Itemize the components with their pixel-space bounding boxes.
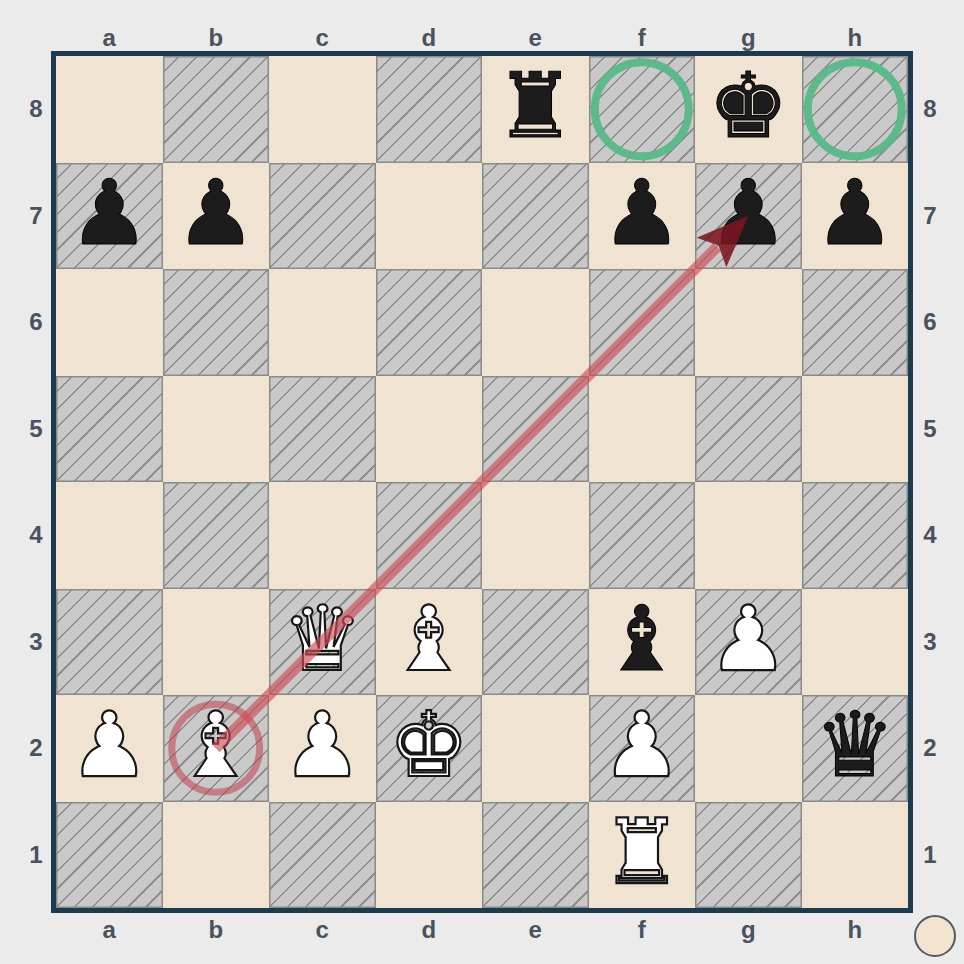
rank-label-right-7: 7	[908, 201, 952, 231]
square-f4[interactable]	[589, 482, 696, 589]
rank-label-left-8: 8	[14, 94, 58, 124]
square-g4[interactable]	[695, 482, 802, 589]
square-a4[interactable]	[56, 482, 163, 589]
chess-diagram: ♜♚♟♟♟♟♟♛♝♝♟♟♝♟♚♟♛♜ aabbccddeeffgghh88776…	[0, 0, 964, 964]
square-f7[interactable]: ♟	[589, 163, 696, 270]
rank-label-right-8: 8	[908, 94, 952, 124]
square-d6[interactable]	[376, 269, 483, 376]
file-label-bottom-h: h	[833, 915, 877, 945]
white-bishop-on-d3[interactable]: ♝	[388, 594, 469, 690]
file-label-top-d: d	[407, 23, 451, 53]
square-a2[interactable]: ♟	[56, 695, 163, 802]
chess-board: ♜♚♟♟♟♟♟♛♝♝♟♟♝♟♚♟♛♜	[51, 51, 913, 913]
square-g8[interactable]: ♚	[695, 56, 802, 163]
file-label-top-h: h	[833, 23, 877, 53]
square-g6[interactable]	[695, 269, 802, 376]
white-pawn-on-c2[interactable]: ♟	[282, 700, 363, 796]
file-label-bottom-b: b	[194, 915, 238, 945]
square-d8[interactable]	[376, 56, 483, 163]
file-label-top-a: a	[87, 23, 131, 53]
black-bishop-on-f3[interactable]: ♝	[601, 594, 682, 690]
white-pawn-on-f2[interactable]: ♟	[601, 700, 682, 796]
file-label-top-c: c	[300, 23, 344, 53]
square-d7[interactable]	[376, 163, 483, 270]
square-h1[interactable]	[802, 802, 909, 909]
square-e2[interactable]	[482, 695, 589, 802]
square-e6[interactable]	[482, 269, 589, 376]
square-c5[interactable]	[269, 376, 376, 483]
black-queen-on-h2[interactable]: ♛	[814, 700, 895, 796]
rank-label-right-1: 1	[908, 840, 952, 870]
square-a8[interactable]	[56, 56, 163, 163]
square-c8[interactable]	[269, 56, 376, 163]
square-b4[interactable]	[163, 482, 270, 589]
square-g1[interactable]	[695, 802, 802, 909]
square-d2[interactable]: ♚	[376, 695, 483, 802]
square-g7[interactable]: ♟	[695, 163, 802, 270]
file-label-top-b: b	[194, 23, 238, 53]
black-pawn-on-a7[interactable]: ♟	[69, 168, 150, 264]
square-c4[interactable]	[269, 482, 376, 589]
square-d4[interactable]	[376, 482, 483, 589]
square-c7[interactable]	[269, 163, 376, 270]
black-pawn-on-f7[interactable]: ♟	[601, 168, 682, 264]
file-label-bottom-c: c	[300, 915, 344, 945]
square-b7[interactable]: ♟	[163, 163, 270, 270]
square-c3[interactable]: ♛	[269, 589, 376, 696]
square-b5[interactable]	[163, 376, 270, 483]
white-bishop-on-b2[interactable]: ♝	[175, 700, 256, 796]
square-g2[interactable]	[695, 695, 802, 802]
white-queen-on-c3[interactable]: ♛	[282, 594, 363, 690]
square-f3[interactable]: ♝	[589, 589, 696, 696]
black-king-on-g8[interactable]: ♚	[708, 61, 789, 157]
square-b6[interactable]	[163, 269, 270, 376]
square-f2[interactable]: ♟	[589, 695, 696, 802]
file-label-bottom-g: g	[726, 915, 770, 945]
rank-label-right-3: 3	[908, 627, 952, 657]
square-d5[interactable]	[376, 376, 483, 483]
square-h2[interactable]: ♛	[802, 695, 909, 802]
file-label-bottom-a: a	[87, 915, 131, 945]
square-c1[interactable]	[269, 802, 376, 909]
square-a7[interactable]: ♟	[56, 163, 163, 270]
square-b8[interactable]	[163, 56, 270, 163]
square-b2[interactable]: ♝	[163, 695, 270, 802]
square-h3[interactable]	[802, 589, 909, 696]
white-king-on-d2[interactable]: ♚	[388, 700, 469, 796]
square-f8[interactable]	[589, 56, 696, 163]
square-e3[interactable]	[482, 589, 589, 696]
rank-label-left-2: 2	[14, 733, 58, 763]
rank-label-left-5: 5	[14, 414, 58, 444]
rank-label-left-7: 7	[14, 201, 58, 231]
square-b1[interactable]	[163, 802, 270, 909]
rank-label-left-6: 6	[14, 307, 58, 337]
square-a3[interactable]	[56, 589, 163, 696]
rank-label-right-6: 6	[908, 307, 952, 337]
rank-label-right-2: 2	[908, 733, 952, 763]
file-label-top-f: f	[620, 23, 664, 53]
white-pawn-on-g3[interactable]: ♟	[708, 594, 789, 690]
square-a6[interactable]	[56, 269, 163, 376]
square-f1[interactable]: ♜	[589, 802, 696, 909]
file-label-bottom-f: f	[620, 915, 664, 945]
square-a1[interactable]	[56, 802, 163, 909]
square-c2[interactable]: ♟	[269, 695, 376, 802]
square-h4[interactable]	[802, 482, 909, 589]
black-pawn-on-g7[interactable]: ♟	[708, 168, 789, 264]
side-to-move-indicator	[914, 915, 956, 957]
square-g3[interactable]: ♟	[695, 589, 802, 696]
file-label-bottom-d: d	[407, 915, 451, 945]
white-rook-on-f1[interactable]: ♜	[601, 807, 682, 903]
white-pawn-on-a2[interactable]: ♟	[69, 700, 150, 796]
square-h6[interactable]	[802, 269, 909, 376]
square-a5[interactable]	[56, 376, 163, 483]
square-h8[interactable]	[802, 56, 909, 163]
square-e8[interactable]: ♜	[482, 56, 589, 163]
square-e5[interactable]	[482, 376, 589, 483]
black-rook-on-e8[interactable]: ♜	[495, 61, 576, 157]
square-h7[interactable]: ♟	[802, 163, 909, 270]
square-h5[interactable]	[802, 376, 909, 483]
square-b3[interactable]	[163, 589, 270, 696]
file-label-top-e: e	[513, 23, 557, 53]
rank-label-left-1: 1	[14, 840, 58, 870]
rank-label-left-3: 3	[14, 627, 58, 657]
black-pawn-on-h7[interactable]: ♟	[814, 168, 895, 264]
black-pawn-on-b7[interactable]: ♟	[175, 168, 256, 264]
rank-label-right-5: 5	[908, 414, 952, 444]
rank-label-right-4: 4	[908, 520, 952, 550]
square-d3[interactable]: ♝	[376, 589, 483, 696]
square-d1[interactable]	[376, 802, 483, 909]
rank-label-left-4: 4	[14, 520, 58, 550]
file-label-top-g: g	[726, 23, 770, 53]
board-grid: ♜♚♟♟♟♟♟♛♝♝♟♟♝♟♚♟♛♜	[56, 56, 908, 908]
square-e7[interactable]	[482, 163, 589, 270]
square-e4[interactable]	[482, 482, 589, 589]
square-f5[interactable]	[589, 376, 696, 483]
square-c6[interactable]	[269, 269, 376, 376]
square-g5[interactable]	[695, 376, 802, 483]
file-label-bottom-e: e	[513, 915, 557, 945]
square-f6[interactable]	[589, 269, 696, 376]
square-e1[interactable]	[482, 802, 589, 909]
